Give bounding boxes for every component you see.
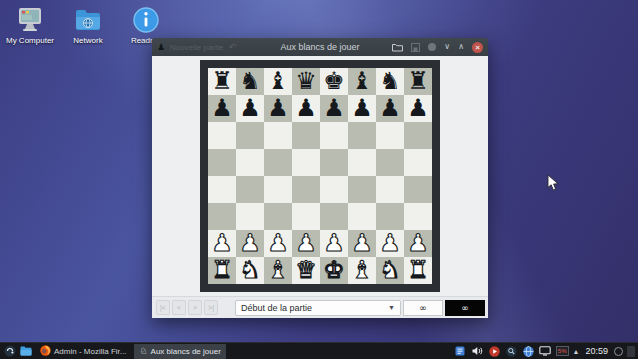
square-h7[interactable]: ♟ xyxy=(404,95,432,122)
history-last-button[interactable]: >| xyxy=(204,300,218,315)
white-player-clock: ∞ xyxy=(403,300,443,316)
piece-bn[interactable]: ♞ xyxy=(239,68,261,95)
system-tray: 5% ▲ 20:59 xyxy=(454,345,635,358)
move-history-value: Début de la partie xyxy=(241,303,312,313)
chess-window: ♟ Nouvelle partie ↶ Aux blancs de jouer … xyxy=(152,38,488,318)
piece-wp[interactable]: ♟ xyxy=(351,230,373,257)
square-g5[interactable] xyxy=(376,149,404,176)
square-a7[interactable]: ♟ xyxy=(208,95,236,122)
square-g8[interactable]: ♞ xyxy=(376,68,404,95)
open-folder-icon[interactable] xyxy=(392,38,403,56)
square-c2[interactable]: ♟ xyxy=(264,230,292,257)
square-c6[interactable] xyxy=(264,122,292,149)
square-h2[interactable]: ♟ xyxy=(404,230,432,257)
media-player-icon[interactable] xyxy=(488,345,501,358)
square-g3[interactable] xyxy=(376,203,404,230)
square-b6[interactable] xyxy=(236,122,264,149)
computer-icon xyxy=(15,6,45,34)
square-a6[interactable] xyxy=(208,122,236,149)
panel-hide-button[interactable] xyxy=(627,346,635,357)
square-b1[interactable]: ♞ xyxy=(236,257,264,284)
knight-icon: ♘ xyxy=(139,347,147,356)
titlebar-toolbar: ♟ Nouvelle partie ↶ xyxy=(157,42,236,52)
square-e1[interactable]: ♚ xyxy=(320,257,348,284)
taskbar: Admin - Mozilla Fir... ♘ Aux blancs de j… xyxy=(0,342,638,359)
screen-share-icon[interactable] xyxy=(539,345,552,358)
square-f6[interactable] xyxy=(348,122,376,149)
square-g2[interactable]: ♟ xyxy=(376,230,404,257)
app-icon: ♟ xyxy=(157,42,165,52)
history-next-button[interactable]: > xyxy=(188,300,202,315)
square-c4[interactable] xyxy=(264,176,292,203)
task-label: Aux blancs de jouer xyxy=(151,347,221,356)
piece-wk[interactable]: ♚ xyxy=(323,257,345,284)
window-content: ♜♞♝♛♚♝♞♜♟♟♟♟♟♟♟♟♟♟♟♟♟♟♟♟♜♞♝♛♚♝♞♜ xyxy=(152,56,488,296)
piece-bp[interactable]: ♟ xyxy=(239,95,261,122)
taskbar-task-firefox[interactable]: Admin - Mozilla Fir... xyxy=(35,344,131,359)
task-label: Admin - Mozilla Fir... xyxy=(54,347,126,356)
history-first-button[interactable]: |< xyxy=(156,300,170,315)
black-player-clock: ∞ xyxy=(445,300,485,316)
square-b3[interactable] xyxy=(236,203,264,230)
piece-wq[interactable]: ♛ xyxy=(295,257,317,284)
network-globe-icon[interactable] xyxy=(522,345,535,358)
chess-board-frame: ♜♞♝♛♚♝♞♜♟♟♟♟♟♟♟♟♟♟♟♟♟♟♟♟♜♞♝♛♚♝♞♜ xyxy=(200,60,440,292)
file-manager-icon[interactable] xyxy=(19,345,32,358)
firefox-icon xyxy=(40,345,51,358)
square-a8[interactable]: ♜ xyxy=(208,68,236,95)
search-icon[interactable] xyxy=(505,345,518,358)
engine-status-icon xyxy=(428,43,436,51)
square-d3[interactable] xyxy=(292,203,320,230)
close-button[interactable]: × xyxy=(472,42,483,53)
square-h1[interactable]: ♜ xyxy=(404,257,432,284)
square-h3[interactable] xyxy=(404,203,432,230)
piece-wp[interactable]: ♟ xyxy=(239,230,261,257)
square-e7[interactable]: ♟ xyxy=(320,95,348,122)
undo-icon[interactable]: ↶ xyxy=(228,43,236,52)
desktop-icon-network[interactable]: Network xyxy=(62,6,114,45)
piece-bq[interactable]: ♛ xyxy=(295,68,317,95)
piece-bp[interactable]: ♟ xyxy=(407,95,429,122)
square-e2[interactable]: ♟ xyxy=(320,230,348,257)
square-d6[interactable] xyxy=(292,122,320,149)
chess-board[interactable]: ♜♞♝♛♚♝♞♜♟♟♟♟♟♟♟♟♟♟♟♟♟♟♟♟♜♞♝♛♚♝♞♜ xyxy=(208,68,432,284)
desktop-icon-label: My Computer xyxy=(6,36,54,45)
square-a2[interactable]: ♟ xyxy=(208,230,236,257)
clipboard-icon[interactable] xyxy=(454,345,467,358)
square-f1[interactable]: ♝ xyxy=(348,257,376,284)
square-e8[interactable]: ♚ xyxy=(320,68,348,95)
window-titlebar[interactable]: ♟ Nouvelle partie ↶ Aux blancs de jouer … xyxy=(152,38,488,56)
piece-bp[interactable]: ♟ xyxy=(351,95,373,122)
taskbar-task-chess[interactable]: ♘ Aux blancs de jouer xyxy=(134,344,225,359)
square-b5[interactable] xyxy=(236,149,264,176)
piece-wb[interactable]: ♝ xyxy=(351,257,373,284)
square-f8[interactable]: ♝ xyxy=(348,68,376,95)
square-f7[interactable]: ♟ xyxy=(348,95,376,122)
piece-br[interactable]: ♜ xyxy=(407,68,429,95)
square-h5[interactable] xyxy=(404,149,432,176)
square-d4[interactable] xyxy=(292,176,320,203)
square-d1[interactable]: ♛ xyxy=(292,257,320,284)
square-a1[interactable]: ♜ xyxy=(208,257,236,284)
piece-wp[interactable]: ♟ xyxy=(267,230,289,257)
square-c5[interactable] xyxy=(264,149,292,176)
piece-wp[interactable]: ♟ xyxy=(379,230,401,257)
piece-bp[interactable]: ♟ xyxy=(295,95,317,122)
square-g7[interactable]: ♟ xyxy=(376,95,404,122)
square-h8[interactable]: ♜ xyxy=(404,68,432,95)
piece-wn[interactable]: ♞ xyxy=(239,257,261,284)
square-d7[interactable]: ♟ xyxy=(292,95,320,122)
history-prev-button[interactable]: < xyxy=(172,300,186,315)
square-d5[interactable] xyxy=(292,149,320,176)
piece-wp[interactable]: ♟ xyxy=(295,230,317,257)
square-c1[interactable]: ♝ xyxy=(264,257,292,284)
square-b4[interactable] xyxy=(236,176,264,203)
square-b7[interactable]: ♟ xyxy=(236,95,264,122)
square-h6[interactable] xyxy=(404,122,432,149)
piece-wp[interactable]: ♟ xyxy=(407,230,429,257)
volume-icon[interactable] xyxy=(471,345,484,358)
square-b2[interactable]: ♟ xyxy=(236,230,264,257)
app-launcher-button[interactable] xyxy=(3,345,16,358)
move-history-dropdown[interactable]: Début de la partie ▼ xyxy=(235,300,401,316)
minimize-button[interactable]: ∨ xyxy=(444,43,450,51)
square-d8[interactable]: ♛ xyxy=(292,68,320,95)
square-c7[interactable]: ♟ xyxy=(264,95,292,122)
square-f3[interactable] xyxy=(348,203,376,230)
piece-bn[interactable]: ♞ xyxy=(379,68,401,95)
piece-wb[interactable]: ♝ xyxy=(267,257,289,284)
piece-wr[interactable]: ♜ xyxy=(211,257,233,284)
piece-bp[interactable]: ♟ xyxy=(379,95,401,122)
maximize-button[interactable]: ∧ xyxy=(458,43,464,51)
square-g6[interactable] xyxy=(376,122,404,149)
piece-bb[interactable]: ♝ xyxy=(267,68,289,95)
piece-wp[interactable]: ♟ xyxy=(323,230,345,257)
desktop: My Computer Network xyxy=(0,0,638,359)
square-f2[interactable]: ♟ xyxy=(348,230,376,257)
piece-bb[interactable]: ♝ xyxy=(351,68,373,95)
square-g1[interactable]: ♞ xyxy=(376,257,404,284)
square-d2[interactable]: ♟ xyxy=(292,230,320,257)
chevron-down-icon: ▼ xyxy=(388,304,395,311)
square-f5[interactable] xyxy=(348,149,376,176)
piece-bp[interactable]: ♟ xyxy=(323,95,345,122)
piece-wr[interactable]: ♜ xyxy=(407,257,429,284)
expand-tray-arrow[interactable]: ▲ xyxy=(573,348,580,355)
window-statusbar: |< < > >| Début de la partie ▼ ∞ ∞ xyxy=(152,296,488,318)
titlebar-buttons: ∨ ∧ × xyxy=(392,38,483,56)
square-e5[interactable] xyxy=(320,149,348,176)
square-c3[interactable] xyxy=(264,203,292,230)
taskbar-clock[interactable]: 20:59 xyxy=(585,346,608,356)
notifications-icon[interactable] xyxy=(614,347,623,356)
square-a3[interactable] xyxy=(208,203,236,230)
piece-bp[interactable]: ♟ xyxy=(267,95,289,122)
piece-br[interactable]: ♜ xyxy=(211,68,233,95)
square-f4[interactable] xyxy=(348,176,376,203)
square-b8[interactable]: ♞ xyxy=(236,68,264,95)
piece-wn[interactable]: ♞ xyxy=(379,257,401,284)
desktop-icon-my-computer[interactable]: My Computer xyxy=(4,6,56,45)
desktop-icons: My Computer Network xyxy=(4,6,172,45)
cpu-load-badge[interactable]: 5% xyxy=(556,346,569,356)
desktop-icon-label: Network xyxy=(73,36,102,45)
network-folder-icon xyxy=(73,6,103,34)
mouse-cursor xyxy=(547,175,559,196)
save-icon[interactable] xyxy=(411,38,420,56)
square-e4[interactable] xyxy=(320,176,348,203)
square-a4[interactable] xyxy=(208,176,236,203)
square-a5[interactable] xyxy=(208,149,236,176)
info-icon xyxy=(131,6,161,34)
square-g4[interactable] xyxy=(376,176,404,203)
square-e3[interactable] xyxy=(320,203,348,230)
square-h4[interactable] xyxy=(404,176,432,203)
square-e6[interactable] xyxy=(320,122,348,149)
piece-wp[interactable]: ♟ xyxy=(211,230,233,257)
square-c8[interactable]: ♝ xyxy=(264,68,292,95)
piece-bp[interactable]: ♟ xyxy=(211,95,233,122)
new-game-button[interactable]: Nouvelle partie xyxy=(170,43,223,52)
piece-bk[interactable]: ♚ xyxy=(323,68,345,95)
